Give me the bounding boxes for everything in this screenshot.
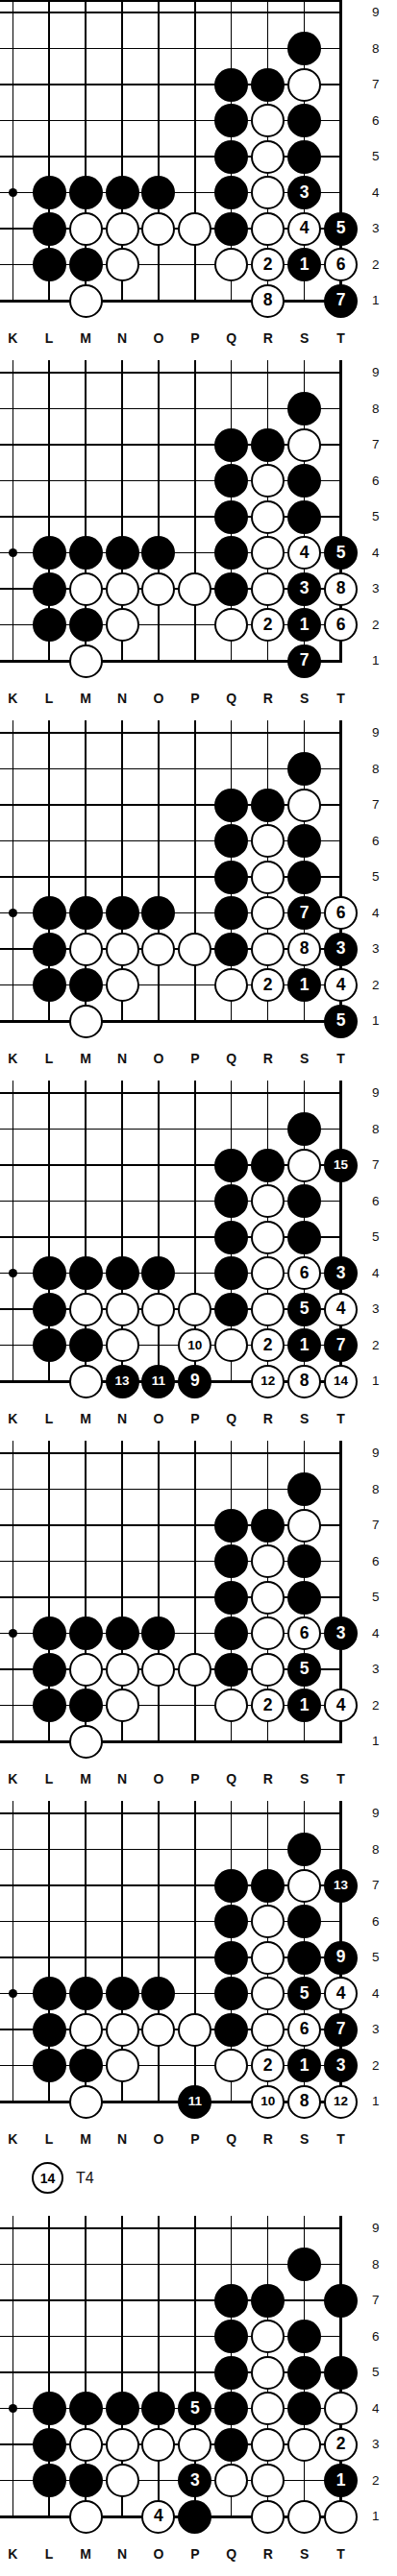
stone-black-O4 — [141, 176, 175, 209]
move-2-stone-R2: 2 — [251, 608, 285, 642]
move-2-stone-R2: 2 — [251, 968, 285, 1002]
stone-white-R3 — [251, 2428, 285, 2462]
column-label-Q: Q — [226, 331, 236, 345]
stone-black-S6 — [287, 1905, 321, 1938]
stone-white-N2 — [106, 2464, 139, 2497]
column-label-M: M — [80, 331, 91, 345]
stone-black-Q6 — [214, 1184, 248, 1218]
column-label-S: S — [300, 2132, 309, 2146]
column-label-O: O — [153, 331, 163, 345]
move-5-stone-T1: 5 — [324, 1005, 358, 1038]
row-label-7: 7 — [372, 2294, 380, 2307]
column-label-Q: Q — [226, 692, 236, 705]
stone-black-S5 — [287, 500, 321, 534]
stone-black-Q4 — [214, 176, 248, 209]
row-label-4: 4 — [372, 1267, 380, 1280]
stone-white-P3 — [178, 933, 211, 966]
row-label-5: 5 — [372, 1951, 380, 1964]
grid-line-col-P — [194, 720, 195, 1022]
row-label-2: 2 — [372, 619, 380, 632]
stone-white-N3 — [106, 212, 139, 246]
column-label-P: P — [190, 2132, 199, 2146]
star-point-K4 — [9, 1629, 17, 1638]
stone-black-M4 — [69, 1256, 103, 1290]
column-label-N: N — [117, 692, 127, 705]
stone-black-L4 — [33, 176, 66, 209]
stone-white-S7 — [287, 428, 321, 462]
stone-black-Q7 — [214, 428, 248, 462]
column-label-O: O — [153, 1772, 163, 1786]
stone-black-N4 — [106, 896, 139, 930]
stone-black-Q7 — [214, 1149, 248, 1182]
stone-black-Q4 — [214, 1256, 248, 1290]
stone-black-M4 — [69, 536, 103, 570]
stone-white-R6 — [251, 2320, 285, 2353]
row-label-4: 4 — [372, 907, 380, 920]
row-label-3: 3 — [372, 582, 380, 595]
column-label-S: S — [300, 331, 309, 345]
stone-white-N3 — [106, 1293, 139, 1326]
stone-black-L2 — [33, 2049, 66, 2082]
stone-white-M1 — [69, 2085, 103, 2119]
move-3-stone-T4: 3 — [324, 1256, 358, 1290]
row-label-5: 5 — [372, 870, 380, 884]
column-label-M: M — [80, 692, 91, 705]
stone-black-S6 — [287, 1544, 321, 1578]
stone-white-R3 — [251, 2013, 285, 2047]
stone-white-R2 — [251, 2464, 285, 2497]
move-10-stone-P2: 10 — [178, 1328, 211, 1362]
stone-black-M4 — [69, 1977, 103, 2010]
stone-white-O3 — [141, 212, 175, 246]
go-diagram-stack: KLMNOPQRST98765432134521687KLMNOPQRST987… — [0, 0, 397, 2576]
column-label-S: S — [300, 692, 309, 705]
column-label-R: R — [263, 692, 273, 705]
row-label-8: 8 — [372, 1843, 380, 1857]
row-label-3: 3 — [372, 2023, 380, 2036]
row-label-3: 3 — [372, 1663, 380, 1676]
column-label-L: L — [45, 1772, 54, 1786]
stone-black-P1 — [178, 2500, 211, 2534]
grid-line-col-K — [12, 0, 13, 302]
column-label-L: L — [45, 2132, 54, 2146]
stone-black-L4 — [33, 2392, 66, 2425]
stone-black-Q3 — [214, 933, 248, 966]
column-label-M: M — [80, 1772, 91, 1786]
row-label-4: 4 — [372, 1627, 380, 1640]
move-8-stone-S1: 8 — [287, 1365, 321, 1398]
stone-white-R1 — [251, 2500, 285, 2534]
caption-text: T4 — [76, 2170, 94, 2187]
grid-line-col-K — [12, 2216, 13, 2517]
row-label-4: 4 — [372, 547, 380, 560]
column-label-Q: Q — [226, 1052, 236, 1065]
move-2-stone-R2: 2 — [251, 2049, 285, 2082]
move-15-stone-T7: 15 — [324, 1149, 358, 1182]
stone-white-T4 — [324, 2392, 358, 2425]
column-label-P: P — [190, 692, 199, 705]
stone-white-R5 — [251, 1581, 285, 1615]
column-label-R: R — [263, 2132, 273, 2146]
grid-line-col-K — [12, 1441, 13, 1742]
row-label-2: 2 — [372, 1339, 380, 1352]
grid-line-row-7 — [0, 2299, 342, 2300]
row-label-9: 9 — [372, 366, 380, 379]
stone-black-S8 — [287, 1112, 321, 1146]
row-label-9: 9 — [372, 2222, 380, 2235]
row-label-5: 5 — [372, 510, 380, 523]
row-label-9: 9 — [372, 6, 380, 19]
grid-line-row-9 — [0, 372, 342, 373]
move-1-stone-S2: 1 — [287, 2049, 321, 2082]
row-label-3: 3 — [372, 222, 380, 235]
stone-white-S1 — [287, 2500, 321, 2534]
stone-black-Q7 — [214, 1509, 248, 1543]
column-label-L: L — [45, 2547, 54, 2561]
stone-black-O4 — [141, 896, 175, 930]
crop-line — [0, 0, 342, 2]
row-label-7: 7 — [372, 1519, 380, 1532]
stone-black-R7 — [251, 2284, 285, 2318]
stone-white-O3 — [141, 1653, 175, 1687]
move-13-stone-T7: 13 — [324, 1869, 358, 1903]
stone-white-R4 — [251, 1256, 285, 1290]
move-2-stone-T3: 2 — [324, 2428, 358, 2462]
stone-white-M1 — [69, 644, 103, 678]
column-label-K: K — [8, 331, 17, 345]
column-label-S: S — [300, 1052, 309, 1065]
stone-black-O4 — [141, 1616, 175, 1650]
move-5-stone-S3: 5 — [287, 1653, 321, 1687]
column-label-O: O — [153, 1052, 163, 1065]
column-label-R: R — [263, 1772, 273, 1786]
grid-line-row-9 — [0, 1812, 342, 1813]
row-label-7: 7 — [372, 438, 380, 451]
stone-black-Q5 — [214, 861, 248, 894]
row-label-5: 5 — [372, 1230, 380, 1244]
move-1-stone-S2: 1 — [287, 608, 321, 642]
column-label-N: N — [117, 2547, 127, 2561]
row-label-4: 4 — [372, 2402, 380, 2416]
row-label-3: 3 — [372, 1302, 380, 1316]
stone-black-Q7 — [214, 1869, 248, 1903]
stone-black-O4 — [141, 536, 175, 570]
row-label-6: 6 — [372, 2330, 380, 2344]
column-label-T: T — [336, 1772, 345, 1786]
stone-white-R6 — [251, 104, 285, 137]
column-label-M: M — [80, 1052, 91, 1065]
column-label-K: K — [8, 1052, 17, 1065]
column-label-P: P — [190, 1772, 199, 1786]
stone-white-O3 — [141, 1293, 175, 1326]
stone-black-T5 — [324, 2356, 358, 2390]
stone-white-Q2 — [214, 968, 248, 1002]
stone-black-L3 — [33, 2428, 66, 2462]
column-label-M: M — [80, 1412, 91, 1425]
stone-white-R4 — [251, 2392, 285, 2425]
stone-white-S7 — [287, 789, 321, 822]
stone-black-Q3 — [214, 1653, 248, 1687]
stone-white-Q2 — [214, 1328, 248, 1362]
diagram-3: KLMNOPQRST98765432176832145 — [0, 720, 397, 1081]
move-8-stone-T3: 8 — [324, 572, 358, 606]
column-label-T: T — [336, 1412, 345, 1425]
grid-line-row-1 — [0, 1740, 342, 1743]
stone-black-Q6 — [214, 104, 248, 137]
row-label-8: 8 — [372, 402, 380, 416]
stone-white-M1 — [69, 1005, 103, 1038]
stone-white-Q2 — [214, 248, 248, 281]
column-label-K: K — [8, 2132, 17, 2146]
stone-black-L3 — [33, 933, 66, 966]
move-8-stone-R1: 8 — [251, 284, 285, 318]
column-label-Q: Q — [226, 1412, 236, 1425]
column-label-M: M — [80, 2547, 91, 2561]
stone-black-Q3 — [214, 572, 248, 606]
row-label-1: 1 — [372, 294, 380, 307]
row-label-6: 6 — [372, 1195, 380, 1208]
row-label-2: 2 — [372, 2059, 380, 2073]
stone-black-S6 — [287, 464, 321, 498]
grid-line-col-O — [158, 1081, 159, 1382]
column-label-S: S — [300, 1772, 309, 1786]
stone-black-S8 — [287, 2248, 321, 2281]
row-label-1: 1 — [372, 654, 380, 668]
stone-black-L4 — [33, 1256, 66, 1290]
column-label-N: N — [117, 1772, 127, 1786]
grid-line-row-9 — [0, 2227, 342, 2228]
move-11-stone-O1: 11 — [141, 1365, 175, 1398]
grid-line-row-9 — [0, 12, 342, 12]
move-7-stone-S4: 7 — [287, 896, 321, 930]
row-label-4: 4 — [372, 186, 380, 200]
grid-line-row-9 — [0, 1452, 342, 1453]
stone-black-L2 — [33, 968, 66, 1002]
stone-white-R5 — [251, 500, 285, 534]
stone-white-M3 — [69, 1653, 103, 1687]
move-8-stone-S3: 8 — [287, 933, 321, 966]
move-7-stone-T1: 7 — [324, 284, 358, 318]
grid-line-col-P — [194, 1441, 195, 1742]
stone-black-R7 — [251, 1149, 285, 1182]
stone-black-S5 — [287, 1221, 321, 1254]
row-label-1: 1 — [372, 1014, 380, 1028]
column-label-N: N — [117, 331, 127, 345]
column-label-L: L — [45, 1412, 54, 1425]
stone-black-S5 — [287, 2356, 321, 2390]
star-point-K4 — [9, 2404, 17, 2413]
grid-line-col-O — [158, 720, 159, 1022]
column-label-O: O — [153, 692, 163, 705]
stone-black-Q4 — [214, 1616, 248, 1650]
stone-white-R4 — [251, 536, 285, 570]
diagram-5: KLMNOPQRST987654321635214 — [0, 1441, 397, 1801]
stone-black-S6 — [287, 2320, 321, 2353]
stone-black-L2 — [33, 248, 66, 281]
row-label-1: 1 — [372, 1735, 380, 1748]
stone-white-M3 — [69, 2428, 103, 2462]
grid-line-row-1 — [0, 300, 342, 303]
row-label-4: 4 — [372, 1987, 380, 2001]
stone-black-L3 — [33, 212, 66, 246]
stone-white-O3 — [141, 933, 175, 966]
row-label-5: 5 — [372, 150, 380, 163]
stone-white-M1 — [69, 1365, 103, 1398]
stone-white-M3 — [69, 212, 103, 246]
stone-black-S4 — [287, 2392, 321, 2425]
column-label-L: L — [45, 692, 54, 705]
stone-black-Q5 — [214, 1221, 248, 1254]
stone-black-Q3 — [214, 212, 248, 246]
stone-white-Q2 — [214, 2464, 248, 2497]
stone-black-O4 — [141, 1256, 175, 1290]
stone-black-Q3 — [214, 2428, 248, 2462]
column-label-T: T — [336, 2547, 345, 2561]
move-7-stone-T3: 7 — [324, 2013, 358, 2047]
row-label-5: 5 — [372, 2366, 380, 2379]
stone-black-R7 — [251, 428, 285, 462]
stone-black-R7 — [251, 1509, 285, 1543]
stone-black-R7 — [251, 1869, 285, 1903]
column-label-O: O — [153, 2547, 163, 2561]
stone-black-Q7 — [214, 68, 248, 102]
stone-white-R3 — [251, 1293, 285, 1326]
move-1-stone-S2: 1 — [287, 1689, 321, 1722]
move-3-stone-P2: 3 — [178, 2464, 211, 2497]
row-label-9: 9 — [372, 1446, 380, 1460]
column-label-N: N — [117, 1412, 127, 1425]
row-label-2: 2 — [372, 2474, 380, 2488]
caption-stone-14: 14 — [32, 2162, 63, 2194]
stone-black-Q5 — [214, 2356, 248, 2390]
stone-white-N2 — [106, 968, 139, 1002]
move-3-stone-T2: 3 — [324, 2049, 358, 2082]
move-6-stone-T2: 6 — [324, 608, 358, 642]
stone-black-L2 — [33, 2464, 66, 2497]
column-label-R: R — [263, 1412, 273, 1425]
column-label-L: L — [45, 331, 54, 345]
stone-black-O4 — [141, 1977, 175, 2010]
stone-black-Q7 — [214, 789, 248, 822]
move-3-stone-T3: 3 — [324, 933, 358, 966]
move-13-stone-N1: 13 — [106, 1365, 139, 1398]
diagram-7: KLMNOPQRST98765432152314 — [0, 2216, 397, 2576]
column-label-N: N — [117, 2132, 127, 2146]
stone-black-N4 — [106, 1977, 139, 2010]
stone-black-M2 — [69, 968, 103, 1002]
move-10-stone-R1: 10 — [251, 2085, 285, 2119]
stone-white-R6 — [251, 1905, 285, 1938]
stone-black-L4 — [33, 536, 66, 570]
row-label-9: 9 — [372, 1807, 380, 1820]
stone-white-M3 — [69, 572, 103, 606]
row-label-9: 9 — [372, 726, 380, 740]
stone-white-M1 — [69, 284, 103, 318]
stone-white-Q2 — [214, 1689, 248, 1722]
stone-white-T1 — [324, 2500, 358, 2534]
move-3-stone-S4: 3 — [287, 176, 321, 209]
stone-white-N2 — [106, 1328, 139, 1362]
row-label-2: 2 — [372, 258, 380, 272]
stone-black-M4 — [69, 176, 103, 209]
stone-black-S8 — [287, 392, 321, 425]
stone-black-S6 — [287, 104, 321, 137]
move-14-stone-T1: 14 — [324, 1365, 358, 1398]
column-label-R: R — [263, 331, 273, 345]
stone-black-L3 — [33, 1653, 66, 1687]
stone-black-M2 — [69, 608, 103, 642]
move-5-stone-S3: 5 — [287, 1293, 321, 1326]
stone-black-S5 — [287, 1941, 321, 1975]
stone-white-N3 — [106, 1653, 139, 1687]
column-label-P: P — [190, 1052, 199, 1065]
move-1-stone-T2: 1 — [324, 2464, 358, 2497]
row-label-2: 2 — [372, 1699, 380, 1713]
move-6-stone-S4: 6 — [287, 1256, 321, 1290]
move-6-stone-T4: 6 — [324, 896, 358, 930]
stone-white-N2 — [106, 608, 139, 642]
diagram-4: KLMNOPQRST987654321156354102171311912814 — [0, 1081, 397, 1441]
stone-white-R4 — [251, 1977, 285, 2010]
column-label-S: S — [300, 2547, 309, 2561]
move-7-stone-S1: 7 — [287, 644, 321, 678]
stone-black-R7 — [251, 68, 285, 102]
row-label-8: 8 — [372, 2258, 380, 2272]
move-1-stone-S2: 1 — [287, 968, 321, 1002]
stone-white-Q2 — [214, 2049, 248, 2082]
move-4-stone-T3: 4 — [324, 1293, 358, 1326]
stone-white-P3 — [178, 2013, 211, 2047]
move-5-stone-S4: 5 — [287, 1977, 321, 2010]
move-5-stone-P4: 5 — [178, 2392, 211, 2425]
move-6-stone-S4: 6 — [287, 1616, 321, 1650]
stone-white-R6 — [251, 824, 285, 858]
row-label-1: 1 — [372, 2510, 380, 2523]
stone-white-O3 — [141, 2013, 175, 2047]
column-label-R: R — [263, 1052, 273, 1065]
stone-black-L3 — [33, 1293, 66, 1326]
column-label-T: T — [336, 2132, 345, 2146]
stone-white-R3 — [251, 1653, 285, 1687]
stone-white-M1 — [69, 2500, 103, 2534]
stone-black-N4 — [106, 536, 139, 570]
stone-black-L2 — [33, 1689, 66, 1722]
stone-black-Q6 — [214, 824, 248, 858]
star-point-K4 — [9, 909, 17, 917]
move-6-stone-S3: 6 — [287, 2013, 321, 2047]
row-label-8: 8 — [372, 42, 380, 56]
grid-line-col-P — [194, 360, 195, 662]
stone-white-R4 — [251, 1616, 285, 1650]
star-point-K4 — [9, 1269, 17, 1277]
column-label-O: O — [153, 1412, 163, 1425]
stone-white-Q2 — [214, 608, 248, 642]
column-label-K: K — [8, 1412, 17, 1425]
stone-white-R5 — [251, 1941, 285, 1975]
stone-black-S8 — [287, 752, 321, 786]
row-label-1: 1 — [372, 1374, 380, 1388]
stone-white-R4 — [251, 896, 285, 930]
stone-black-Q4 — [214, 2392, 248, 2425]
grid-line-col-P — [194, 1801, 195, 2102]
diagram-6: KLMNOPQRST9876543211395467213111081214T4 — [0, 1801, 397, 2216]
stone-black-Q4 — [214, 896, 248, 930]
stone-black-Q3 — [214, 1293, 248, 1326]
column-label-O: O — [153, 2132, 163, 2146]
stone-white-N3 — [106, 933, 139, 966]
move-2-stone-R2: 2 — [251, 248, 285, 281]
grid-line-col-O — [158, 0, 159, 302]
